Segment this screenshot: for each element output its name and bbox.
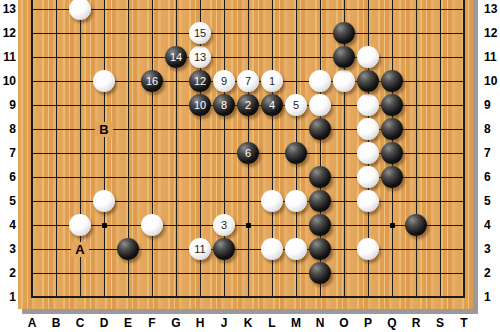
row-label-right-5: 5	[484, 193, 500, 209]
white-stone-P11	[357, 46, 379, 68]
white-stone-K10-move-7: 7	[237, 70, 259, 92]
black-stone-Q6	[381, 166, 403, 188]
move-number: 11	[194, 244, 205, 255]
go-board-diagram: 12345678910111213141516 AB 1312111098765…	[0, 0, 500, 332]
point-label-B: B	[95, 122, 113, 137]
move-number: 15	[194, 28, 206, 39]
row-label-right-9: 9	[484, 97, 500, 113]
row-label-right-6: 6	[484, 169, 500, 185]
black-stone-M7	[285, 142, 307, 164]
move-number: 4	[269, 100, 275, 111]
col-label-Q: Q	[380, 315, 404, 331]
star-point-K4	[246, 223, 251, 228]
black-stone-N3	[309, 238, 331, 260]
black-stone-Q7	[381, 142, 403, 164]
col-label-S: S	[428, 315, 452, 331]
move-number: 1	[269, 76, 275, 87]
white-stone-J4-move-3: 3	[213, 214, 235, 236]
black-stone-F10-move-16: 16	[141, 70, 163, 92]
row-label-left-10: 10	[0, 73, 16, 89]
move-number: 16	[146, 76, 158, 87]
black-stone-N5	[309, 190, 331, 212]
black-stone-O12	[333, 22, 355, 44]
white-stone-L10-move-1: 1	[261, 70, 283, 92]
row-label-right-11: 11	[484, 49, 500, 65]
row-label-left-2: 2	[0, 265, 16, 281]
row-label-left-5: 5	[0, 193, 16, 209]
white-stone-P9	[357, 94, 379, 116]
row-label-left-8: 8	[0, 121, 16, 137]
row-label-left-6: 6	[0, 169, 16, 185]
col-label-T: T	[452, 315, 476, 331]
black-stone-J3	[213, 238, 235, 260]
white-stone-P3	[357, 238, 379, 260]
grid-col-R	[416, 0, 417, 298]
black-stone-O11	[333, 46, 355, 68]
white-stone-M3	[285, 238, 307, 260]
move-number: 14	[170, 52, 182, 63]
grid-col-G	[176, 0, 177, 298]
col-label-H: H	[188, 315, 212, 331]
black-stone-L9-move-4: 4	[261, 94, 283, 116]
col-label-A: A	[20, 315, 44, 331]
col-label-G: G	[164, 315, 188, 331]
black-stone-N4	[309, 214, 331, 236]
black-stone-N2	[309, 262, 331, 284]
row-label-right-3: 3	[484, 241, 500, 257]
white-stone-L5	[261, 190, 283, 212]
black-stone-H10-move-12: 12	[189, 70, 211, 92]
black-stone-R4	[405, 214, 427, 236]
row-label-left-4: 4	[0, 217, 16, 233]
col-label-E: E	[116, 315, 140, 331]
grid-row-11	[31, 57, 465, 58]
white-stone-D5	[93, 190, 115, 212]
white-stone-P7	[357, 142, 379, 164]
col-label-J: J	[212, 315, 236, 331]
row-label-right-12: 12	[484, 25, 500, 41]
board-shadow-right	[473, 0, 478, 314]
move-number: 6	[245, 148, 251, 159]
row-label-left-3: 3	[0, 241, 16, 257]
col-label-B: B	[44, 315, 68, 331]
col-label-K: K	[236, 315, 260, 331]
grid-col-D	[104, 0, 105, 298]
row-label-right-7: 7	[484, 145, 500, 161]
grid-col-B	[56, 0, 57, 298]
grid-col-S	[440, 0, 441, 298]
grid-row-3	[31, 249, 465, 250]
col-label-O: O	[332, 315, 356, 331]
black-stone-P10	[357, 70, 379, 92]
row-label-right-4: 4	[484, 217, 500, 233]
black-stone-Q8	[381, 118, 403, 140]
black-stone-N8	[309, 118, 331, 140]
white-stone-M9-move-5: 5	[285, 94, 307, 116]
white-stone-J10-move-9: 9	[213, 70, 235, 92]
white-stone-N9	[309, 94, 331, 116]
white-stone-N10	[309, 70, 331, 92]
col-label-M: M	[284, 315, 308, 331]
white-stone-D10	[93, 70, 115, 92]
white-stone-H3-move-11: 11	[189, 238, 211, 260]
grid-col-F	[152, 0, 153, 298]
grid-row-2	[31, 273, 465, 274]
row-label-left-1: 1	[0, 289, 16, 305]
col-label-F: F	[140, 315, 164, 331]
col-label-C: C	[68, 315, 92, 331]
star-point-Q4	[390, 223, 395, 228]
row-label-left-7: 7	[0, 145, 16, 161]
black-stone-H9-move-10: 10	[189, 94, 211, 116]
white-stone-M5	[285, 190, 307, 212]
grid-row-12	[31, 33, 465, 34]
row-label-right-1: 1	[484, 289, 500, 305]
white-stone-P5	[357, 190, 379, 212]
move-number: 7	[245, 76, 251, 87]
white-stone-C4	[69, 214, 91, 236]
star-point-D4	[102, 223, 107, 228]
black-stone-K9-move-2: 2	[237, 94, 259, 116]
row-label-right-10: 10	[484, 73, 500, 89]
move-number: 5	[293, 100, 299, 111]
move-number: 9	[221, 76, 227, 87]
move-number: 10	[194, 100, 206, 111]
col-label-D: D	[92, 315, 116, 331]
col-label-N: N	[308, 315, 332, 331]
white-stone-F4	[141, 214, 163, 236]
move-number: 2	[245, 100, 251, 111]
col-label-P: P	[356, 315, 380, 331]
col-label-L: L	[260, 315, 284, 331]
grid-col-T	[463, 0, 465, 298]
grid-row-13	[31, 9, 465, 10]
white-stone-P8	[357, 118, 379, 140]
move-number: 3	[221, 220, 227, 231]
white-stone-O10	[333, 70, 355, 92]
grid-col-A	[31, 0, 33, 298]
row-label-left-11: 11	[0, 49, 16, 65]
black-stone-K7-move-6: 6	[237, 142, 259, 164]
white-stone-P6	[357, 166, 379, 188]
move-number: 13	[194, 52, 206, 63]
row-label-right-8: 8	[484, 121, 500, 137]
black-stone-E3	[117, 238, 139, 260]
board-shadow-bottom	[22, 309, 478, 314]
move-number: 8	[221, 100, 227, 111]
black-stone-J9-move-8: 8	[213, 94, 235, 116]
row-label-left-9: 9	[0, 97, 16, 113]
black-stone-N6	[309, 166, 331, 188]
row-label-right-2: 2	[484, 265, 500, 281]
row-label-left-13: 13	[0, 1, 16, 17]
white-stone-H11-move-13: 13	[189, 46, 211, 68]
row-label-left-12: 12	[0, 25, 16, 41]
white-stone-L3	[261, 238, 283, 260]
row-label-right-13: 13	[484, 1, 500, 17]
white-stone-H12-move-15: 15	[189, 22, 211, 44]
col-label-R: R	[404, 315, 428, 331]
black-stone-Q9	[381, 94, 403, 116]
move-number: 12	[194, 76, 206, 87]
black-stone-G11-move-14: 14	[165, 46, 187, 68]
grid-row-1	[31, 296, 465, 298]
black-stone-Q10	[381, 70, 403, 92]
point-label-A: A	[71, 242, 89, 257]
grid-col-O	[344, 0, 345, 298]
